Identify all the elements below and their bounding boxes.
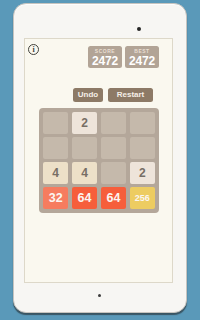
tile-256: 256 <box>130 187 155 209</box>
empty-cell <box>43 112 68 134</box>
info-icon: i <box>32 46 34 54</box>
camera-dot-icon <box>137 27 141 31</box>
info-button[interactable]: i <box>28 44 39 55</box>
empty-cell <box>101 162 126 184</box>
empty-cell <box>72 137 97 159</box>
tile-32: 32 <box>43 187 68 209</box>
tile-4: 4 <box>72 162 97 184</box>
empty-cell <box>101 112 126 134</box>
empty-cell <box>43 137 68 159</box>
tile-64: 64 <box>101 187 126 209</box>
home-indicator-dot <box>98 294 101 297</box>
best-value: 2472 <box>125 55 159 67</box>
score-box: SCORE 2472 <box>88 46 122 68</box>
tile-64: 64 <box>72 187 97 209</box>
tablet-device-frame: i SCORE 2472 BEST 2472 Undo Restart 2442… <box>13 3 187 313</box>
board[interactable]: 2442326464256 <box>39 108 159 213</box>
empty-cell <box>101 137 126 159</box>
empty-cell <box>130 112 155 134</box>
tile-2: 2 <box>72 112 97 134</box>
best-box: BEST 2472 <box>125 46 159 68</box>
score-value: 2472 <box>88 55 122 67</box>
empty-cell <box>130 137 155 159</box>
tile-4: 4 <box>43 162 68 184</box>
tile-2: 2 <box>130 162 155 184</box>
restart-button[interactable]: Restart <box>108 88 153 102</box>
undo-button[interactable]: Undo <box>73 88 103 102</box>
background: { "game": "2048", "position": { "notatio… <box>0 0 200 320</box>
app-screen: i SCORE 2472 BEST 2472 Undo Restart 2442… <box>24 38 173 283</box>
